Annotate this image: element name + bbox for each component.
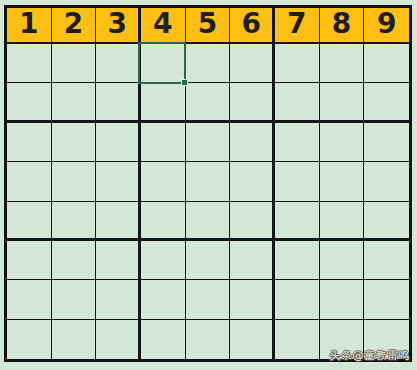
cell-r3c8[interactable] xyxy=(320,83,365,122)
header-cell-3[interactable]: 3 xyxy=(96,8,141,44)
cell-r5c9[interactable] xyxy=(364,162,409,201)
cell-r5c1[interactable] xyxy=(7,162,52,201)
cell-r4c4[interactable] xyxy=(141,123,186,162)
cell-r5c7[interactable] xyxy=(275,162,320,201)
page: 123456789 头条@童教雷鸣 xyxy=(0,0,417,370)
cell-r7c7[interactable] xyxy=(275,241,320,280)
cell-r7c5[interactable] xyxy=(186,241,231,280)
cell-r2c3[interactable] xyxy=(96,44,141,83)
cell-r6c8[interactable] xyxy=(320,202,365,241)
cell-r3c4[interactable] xyxy=(141,83,186,122)
cell-r6c7[interactable] xyxy=(275,202,320,241)
cell-r5c4[interactable] xyxy=(141,162,186,201)
cell-r9c1[interactable] xyxy=(7,320,52,359)
header-cell-1[interactable]: 1 xyxy=(7,8,52,44)
cell-r5c6[interactable] xyxy=(230,162,275,201)
cell-r7c4[interactable] xyxy=(141,241,186,280)
selection-border xyxy=(138,42,186,84)
cell-r6c6[interactable] xyxy=(230,202,275,241)
cell-r2c5[interactable] xyxy=(186,44,231,83)
cell-r3c5[interactable] xyxy=(186,83,231,122)
cell-r8c1[interactable] xyxy=(7,280,52,319)
cell-r7c1[interactable] xyxy=(7,241,52,280)
header-cell-6[interactable]: 6 xyxy=(230,8,275,44)
cell-r9c7[interactable] xyxy=(275,320,320,359)
cell-r9c2[interactable] xyxy=(52,320,97,359)
cell-r2c7[interactable] xyxy=(275,44,320,83)
header-cell-9[interactable]: 9 xyxy=(364,8,409,44)
cell-r8c2[interactable] xyxy=(52,280,97,319)
cell-r4c5[interactable] xyxy=(186,123,231,162)
cell-r4c2[interactable] xyxy=(52,123,97,162)
cell-r8c7[interactable] xyxy=(275,280,320,319)
cell-r6c3[interactable] xyxy=(96,202,141,241)
cell-r2c6[interactable] xyxy=(230,44,275,83)
cell-r8c3[interactable] xyxy=(96,280,141,319)
cell-r6c1[interactable] xyxy=(7,202,52,241)
cell-r7c3[interactable] xyxy=(96,241,141,280)
cell-r4c7[interactable] xyxy=(275,123,320,162)
cell-r6c4[interactable] xyxy=(141,202,186,241)
header-cell-5[interactable]: 5 xyxy=(186,8,231,44)
cell-r2c9[interactable] xyxy=(364,44,409,83)
cell-r2c1[interactable] xyxy=(7,44,52,83)
cell-r9c4[interactable] xyxy=(141,320,186,359)
watermark: 头条@童教雷鸣 xyxy=(330,348,411,363)
header-cell-8[interactable]: 8 xyxy=(320,8,365,44)
cell-r3c3[interactable] xyxy=(96,83,141,122)
cell-r8c9[interactable] xyxy=(364,280,409,319)
cell-r6c2[interactable] xyxy=(52,202,97,241)
header-cell-7[interactable]: 7 xyxy=(275,8,320,44)
cell-r8c4[interactable] xyxy=(141,280,186,319)
sudoku-board: 123456789 xyxy=(4,5,412,362)
cell-r5c5[interactable] xyxy=(186,162,231,201)
cell-r5c2[interactable] xyxy=(52,162,97,201)
cell-r8c6[interactable] xyxy=(230,280,275,319)
cell-r7c9[interactable] xyxy=(364,241,409,280)
cell-r8c8[interactable] xyxy=(320,280,365,319)
cell-r2c8[interactable] xyxy=(320,44,365,83)
header-cell-4[interactable]: 4 xyxy=(141,8,186,44)
cell-r6c5[interactable] xyxy=(186,202,231,241)
cell-r9c6[interactable] xyxy=(230,320,275,359)
cell-r5c8[interactable] xyxy=(320,162,365,201)
header-cell-2[interactable]: 2 xyxy=(52,8,97,44)
cell-r4c3[interactable] xyxy=(96,123,141,162)
cell-r7c2[interactable] xyxy=(52,241,97,280)
cell-r3c7[interactable] xyxy=(275,83,320,122)
cell-r2c4[interactable] xyxy=(141,44,186,83)
cell-r3c9[interactable] xyxy=(364,83,409,122)
cell-r7c6[interactable] xyxy=(230,241,275,280)
cell-r6c9[interactable] xyxy=(364,202,409,241)
cell-r3c2[interactable] xyxy=(52,83,97,122)
cell-r9c5[interactable] xyxy=(186,320,231,359)
cell-r4c1[interactable] xyxy=(7,123,52,162)
cell-r4c9[interactable] xyxy=(364,123,409,162)
cell-r3c1[interactable] xyxy=(7,83,52,122)
cell-r3c6[interactable] xyxy=(230,83,275,122)
cell-r8c5[interactable] xyxy=(186,280,231,319)
cell-r9c3[interactable] xyxy=(96,320,141,359)
cell-r5c3[interactable] xyxy=(96,162,141,201)
cell-r4c6[interactable] xyxy=(230,123,275,162)
cell-r7c8[interactable] xyxy=(320,241,365,280)
cell-r4c8[interactable] xyxy=(320,123,365,162)
cell-r2c2[interactable] xyxy=(52,44,97,83)
